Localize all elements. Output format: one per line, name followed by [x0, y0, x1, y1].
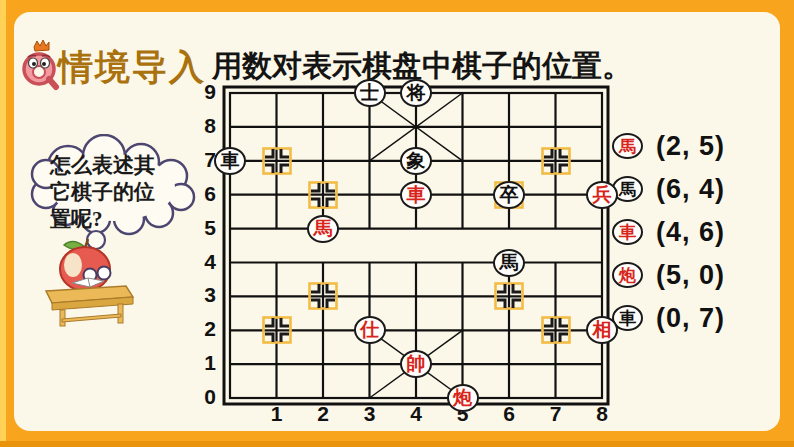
point-marker	[307, 281, 339, 311]
thought-bubble-text: 怎么表述其 它棋子的位 置呢?	[50, 152, 190, 233]
coordinate-label: (5, 0)	[656, 260, 725, 291]
answer-row: 車(0, 7)	[612, 298, 725, 338]
coordinate-label: (2, 5)	[656, 131, 725, 162]
mascot-q-icon	[14, 38, 60, 96]
point-marker	[493, 281, 525, 311]
point-marker	[540, 315, 572, 345]
point-marker	[307, 180, 339, 210]
xiangqi-piece-帥: 帥	[400, 350, 432, 378]
coordinate-label: (0, 7)	[656, 303, 725, 334]
answer-row: 馬(2, 5)	[612, 126, 725, 166]
answer-row: 馬(6, 4)	[612, 169, 725, 209]
y-axis-label: 6	[194, 182, 216, 206]
xiangqi-piece-仕: 仕	[354, 316, 386, 344]
xiangqi-piece-車: 車	[214, 147, 246, 175]
xiangqi-piece-馬: 馬	[307, 215, 339, 243]
y-axis-label: 5	[194, 216, 216, 240]
xiangqi-piece-将: 将	[400, 79, 432, 107]
xiangqi-piece-車: 車	[400, 181, 432, 209]
coordinate-label: (6, 4)	[656, 174, 725, 205]
bubble-line-1: 怎么表述其	[50, 152, 190, 179]
coordinate-label: (4, 6)	[656, 217, 725, 248]
xiangqi-board: 士将車象車卒兵馬馬仕相帥炮987654321012345678	[222, 85, 618, 430]
y-axis-label: 0	[194, 385, 216, 409]
student-character-illustration	[40, 226, 135, 335]
y-axis-label: 7	[194, 148, 216, 172]
xiangqi-piece-馬: 馬	[493, 249, 525, 277]
x-axis-label: 6	[499, 402, 519, 426]
y-axis-label: 2	[194, 317, 216, 341]
y-axis-label: 9	[194, 80, 216, 104]
xiangqi-piece-炮: 炮	[447, 384, 479, 412]
answer-row: 車(4, 6)	[612, 212, 725, 252]
point-marker	[261, 146, 293, 176]
y-axis-label: 4	[194, 250, 216, 274]
piece-chip: 車	[612, 219, 643, 245]
x-axis-label: 3	[360, 402, 380, 426]
point-marker	[261, 315, 293, 345]
lesson-badge: 情境导入	[58, 44, 206, 91]
xiangqi-piece-兵: 兵	[586, 181, 618, 209]
y-axis-label: 3	[194, 283, 216, 307]
frame-left-highlight	[0, 0, 6, 447]
point-marker	[540, 146, 572, 176]
piece-chip: 炮	[612, 262, 643, 288]
bubble-line-2: 它棋子的位	[50, 179, 190, 206]
x-axis-label: 7	[546, 402, 566, 426]
x-axis-label: 4	[406, 402, 426, 426]
xiangqi-piece-士: 士	[354, 79, 386, 107]
y-axis-label: 8	[194, 114, 216, 138]
answer-list: 馬(2, 5)馬(6, 4)車(4, 6)炮(5, 0)車(0, 7)	[612, 126, 782, 356]
xiangqi-piece-象: 象	[400, 147, 432, 175]
piece-chip: 馬	[612, 133, 643, 159]
xiangqi-piece-卒: 卒	[493, 181, 525, 209]
x-axis-label: 1	[267, 402, 287, 426]
x-axis-label: 2	[313, 402, 333, 426]
answer-row: 炮(5, 0)	[612, 255, 725, 295]
x-axis-label: 8	[592, 402, 612, 426]
frame-bottom-shadow	[0, 441, 794, 447]
y-axis-label: 1	[194, 351, 216, 375]
